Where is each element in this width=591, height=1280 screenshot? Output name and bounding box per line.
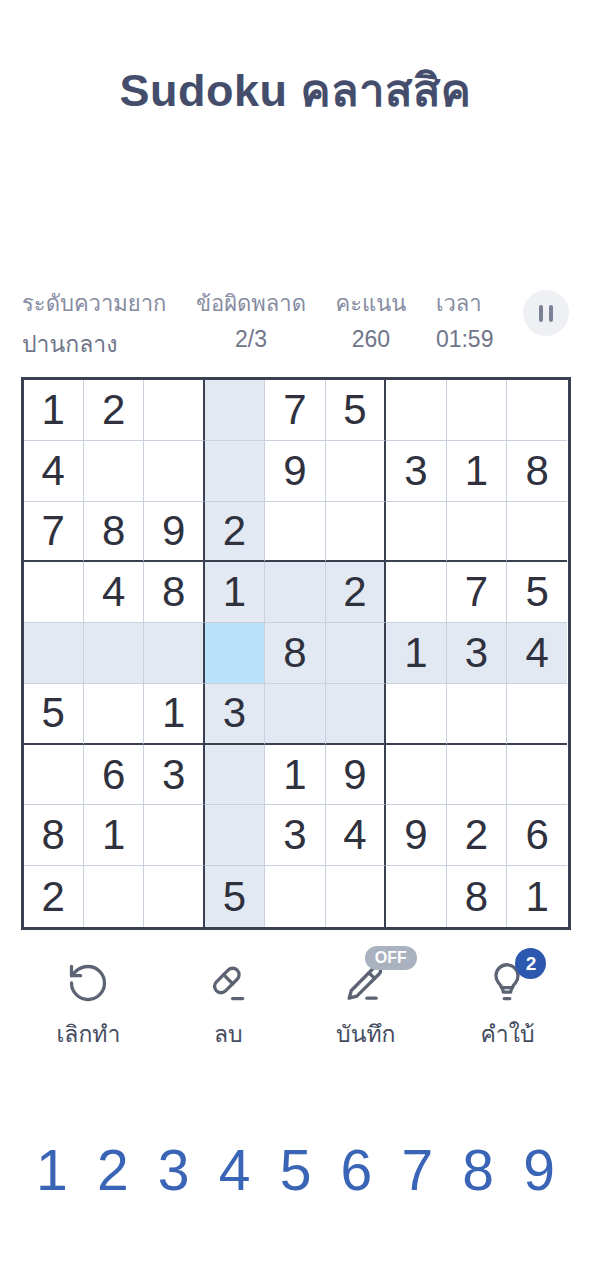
cell-r2c1[interactable]: 4 [24,441,84,502]
erase-label: ลบ [214,1016,243,1052]
cell-r4c9[interactable]: 5 [507,562,567,623]
mistakes-value: 2/3 [196,326,306,353]
cell-r3c5[interactable] [265,502,325,563]
cell-r2c5[interactable]: 9 [265,441,325,502]
cell-r5c7[interactable]: 1 [386,623,446,684]
cell-r1c9[interactable] [507,380,567,441]
lightbulb-icon: 2 [484,960,530,1006]
cell-r2c3[interactable] [144,441,204,502]
pause-icon [549,305,553,322]
time-stat: เวลา 01:59 [436,286,494,353]
cell-r4c3[interactable]: 8 [144,562,204,623]
hint-label: คำใบ้ [480,1016,534,1052]
score-stat: คะแนน 260 [336,286,407,353]
cell-r4c8[interactable]: 7 [447,562,507,623]
cell-r6c5[interactable] [265,684,325,745]
cell-r7c4[interactable] [205,745,265,806]
time-value: 01:59 [436,326,494,353]
notes-off-badge: OFF [365,946,417,970]
pencil-icon: OFF [343,960,389,1006]
cell-r1c5[interactable]: 7 [265,380,325,441]
cell-r2c9[interactable]: 8 [507,441,567,502]
numpad-1[interactable]: 1 [36,1136,68,1204]
cell-r8c4[interactable] [205,805,265,866]
notes-button[interactable]: OFF บันทึก [336,960,395,1052]
cell-r2c4[interactable] [205,441,265,502]
score-label: คะแนน [336,286,407,321]
undo-icon [65,960,111,1006]
cell-r7c6[interactable]: 9 [326,745,386,806]
cell-r9c2[interactable] [84,866,144,927]
cell-r9c5[interactable] [265,866,325,927]
cell-r3c6[interactable] [326,502,386,563]
difficulty-stat: ระดับความยาก ปานกลาง [22,286,166,362]
undo-label: เลิกทำ [56,1016,120,1052]
cell-r8c5[interactable]: 3 [265,805,325,866]
numpad-9[interactable]: 9 [523,1136,555,1204]
pause-icon [539,305,543,322]
notes-label: บันทึก [336,1016,395,1052]
cell-r6c6[interactable] [326,684,386,745]
erase-button[interactable]: ลบ [205,960,251,1052]
cell-r7c3[interactable]: 3 [144,745,204,806]
cell-r7c8[interactable] [447,745,507,806]
toolbar: เลิกทำ ลบ OFF [0,960,591,1052]
cell-r3c7[interactable] [386,502,446,563]
numpad-2[interactable]: 2 [97,1136,129,1204]
cell-r5c1[interactable] [24,623,84,684]
cell-r6c1[interactable]: 5 [24,684,84,745]
numpad-5[interactable]: 5 [280,1136,312,1204]
mistakes-stat: ข้อผิดพลาด 2/3 [196,286,306,353]
cell-r3c3[interactable]: 9 [144,502,204,563]
cell-r2c6[interactable] [326,441,386,502]
cell-r7c2[interactable]: 6 [84,745,144,806]
cell-r4c7[interactable] [386,562,446,623]
cell-r7c1[interactable] [24,745,84,806]
cell-r5c3[interactable] [144,623,204,684]
cell-r3c4[interactable]: 2 [205,502,265,563]
cell-r2c7[interactable]: 3 [386,441,446,502]
cell-r4c2[interactable]: 4 [84,562,144,623]
cell-r2c8[interactable]: 1 [447,441,507,502]
cell-r8c1[interactable]: 8 [24,805,84,866]
cell-r9c4[interactable]: 5 [205,866,265,927]
cell-r9c6[interactable] [326,866,386,927]
cell-r1c2[interactable]: 2 [84,380,144,441]
cell-r5c6[interactable] [326,623,386,684]
numpad-6[interactable]: 6 [341,1136,373,1204]
cell-r7c5[interactable]: 1 [265,745,325,806]
page-title: Sudoku คลาสสิค [0,0,591,126]
cell-r8c6[interactable]: 4 [326,805,386,866]
sudoku-grid: 1275493187892481275813451363198134926258… [21,377,571,930]
cell-r4c6[interactable]: 2 [326,562,386,623]
cell-r5c4[interactable] [205,623,265,684]
cell-r6c7[interactable] [386,684,446,745]
hint-button[interactable]: 2 คำใบ้ [480,960,534,1052]
sudoku-app: Sudoku คลาสสิค ระดับความยาก ปานกลาง ข้อผ… [0,0,591,1280]
cell-r2c2[interactable] [84,441,144,502]
cell-r8c3[interactable] [144,805,204,866]
hint-count-badge: 2 [515,948,546,979]
cell-r6c2[interactable] [84,684,144,745]
pause-button[interactable] [523,290,569,336]
cell-r3c9[interactable] [507,502,567,563]
cell-r9c1[interactable]: 2 [24,866,84,927]
numpad-7[interactable]: 7 [401,1136,433,1204]
cell-r7c9[interactable] [507,745,567,806]
cell-r9c8[interactable]: 8 [447,866,507,927]
cell-r5c9[interactable]: 4 [507,623,567,684]
numpad-3[interactable]: 3 [158,1136,190,1204]
cell-r9c7[interactable] [386,866,446,927]
cell-r8c9[interactable]: 6 [507,805,567,866]
number-pad: 123456789 [0,1136,591,1204]
difficulty-label: ระดับความยาก [22,286,166,321]
cell-r1c3[interactable] [144,380,204,441]
cell-r6c4[interactable]: 3 [205,684,265,745]
cell-r9c9[interactable]: 1 [507,866,567,927]
numpad-8[interactable]: 8 [462,1136,494,1204]
cell-r3c8[interactable] [447,502,507,563]
cell-r1c1[interactable]: 1 [24,380,84,441]
stats-bar: ระดับความยาก ปานกลาง ข้อผิดพลาด 2/3 คะแน… [0,286,591,362]
cell-r3c1[interactable]: 7 [24,502,84,563]
cell-r5c2[interactable] [84,623,144,684]
cell-r7c7[interactable] [386,745,446,806]
cell-r6c9[interactable] [507,684,567,745]
cell-r1c4[interactable] [205,380,265,441]
eraser-icon [205,960,251,1006]
difficulty-value: ปานกลาง [22,326,166,362]
cell-r1c6[interactable]: 5 [326,380,386,441]
time-label: เวลา [436,286,494,321]
cell-r9c3[interactable] [144,866,204,927]
score-value: 260 [336,326,407,353]
undo-button[interactable]: เลิกทำ [56,960,120,1052]
cell-r5c8[interactable]: 3 [447,623,507,684]
cell-r6c3[interactable]: 1 [144,684,204,745]
mistakes-label: ข้อผิดพลาด [196,286,306,321]
cell-r6c8[interactable] [447,684,507,745]
cell-r1c8[interactable] [447,380,507,441]
cell-r3c2[interactable]: 8 [84,502,144,563]
cell-r4c1[interactable] [24,562,84,623]
numpad-4[interactable]: 4 [219,1136,251,1204]
cell-r1c7[interactable] [386,380,446,441]
cell-r4c5[interactable] [265,562,325,623]
cell-r8c7[interactable]: 9 [386,805,446,866]
cell-r8c2[interactable]: 1 [84,805,144,866]
cell-r5c5[interactable]: 8 [265,623,325,684]
cell-r4c4[interactable]: 1 [205,562,265,623]
cell-r8c8[interactable]: 2 [447,805,507,866]
